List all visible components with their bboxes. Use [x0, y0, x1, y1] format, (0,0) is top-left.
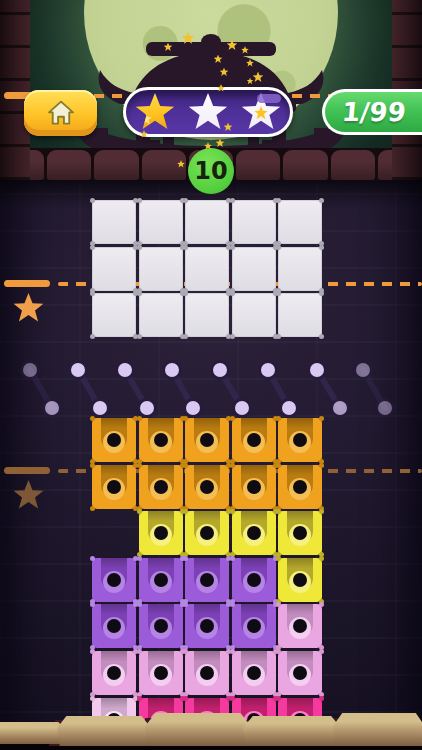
level-number: 10 [194, 157, 227, 185]
block-purple[interactable] [232, 558, 276, 602]
block-hole [247, 666, 261, 680]
block-corner-pegs [276, 649, 281, 654]
block-hole [247, 526, 261, 540]
peg-dot [185, 400, 202, 417]
grid-empty-cell [278, 293, 322, 337]
block-hole [154, 573, 168, 587]
block-purple[interactable] [139, 558, 183, 602]
peg-dot [212, 362, 229, 379]
bottom-ground [0, 708, 422, 750]
block-hole [107, 433, 121, 447]
block-orange[interactable] [278, 418, 322, 462]
peg-zigzag [0, 352, 422, 422]
block-hole [154, 433, 168, 447]
rock-slab [333, 713, 422, 746]
peg-dot [281, 400, 298, 417]
block-yellow[interactable] [185, 511, 229, 555]
block-yellow[interactable] [278, 511, 322, 555]
block-corner-pegs [183, 556, 188, 561]
block-corner-pegs [90, 602, 95, 607]
block-orange[interactable] [232, 465, 276, 509]
grid-empty-cell [232, 200, 276, 244]
block-hole [247, 573, 261, 587]
cell-corner-pegs [183, 245, 188, 250]
block-corner-pegs [90, 463, 95, 468]
grid-empty-cell [139, 200, 183, 244]
block-lightpink[interactable] [185, 651, 229, 695]
block-corner-pegs [183, 463, 188, 468]
grid-empty-cell [278, 200, 322, 244]
cell-corner-pegs [90, 198, 95, 203]
block-corner-pegs [276, 602, 281, 607]
block-corner-pegs [276, 463, 281, 468]
star-progress-bar [123, 87, 293, 137]
block-hole [154, 666, 168, 680]
block-hole [154, 619, 168, 633]
star-icon-earned [135, 93, 175, 131]
block-orange[interactable] [139, 418, 183, 462]
grid-empty-cell [185, 247, 229, 291]
game-screen: 1/99 10 [0, 0, 422, 750]
mini-star-icon [254, 106, 268, 120]
grid-empty-cell [185, 200, 229, 244]
cell-corner-pegs [90, 291, 95, 296]
block-purple[interactable] [185, 604, 229, 648]
peg-dot [234, 400, 251, 417]
block-purple[interactable] [232, 604, 276, 648]
cell-corner-pegs [137, 198, 142, 203]
grid-empty-cell [139, 293, 183, 337]
cell-corner-pegs [276, 291, 281, 296]
peg-dot [164, 362, 181, 379]
block-hole [200, 573, 214, 587]
block-purple[interactable] [92, 604, 136, 648]
block-lightpink[interactable] [139, 651, 183, 695]
cell-corner-pegs [230, 198, 235, 203]
block-corner-pegs [276, 556, 281, 561]
block-orange[interactable] [92, 418, 136, 462]
block-hole [200, 480, 214, 494]
grid-empty-cell [92, 247, 136, 291]
block-orange[interactable] [92, 465, 136, 509]
grid-empty-cell [278, 247, 322, 291]
block-corner-pegs [230, 463, 235, 468]
progress-text: 1/99 [340, 97, 406, 127]
cell-corner-pegs [183, 198, 188, 203]
grid-empty-cell [232, 247, 276, 291]
rock-slab [145, 713, 251, 746]
block-orange[interactable] [185, 418, 229, 462]
block-corner-pegs [137, 556, 142, 561]
block-corner-pegs [183, 509, 188, 514]
block-corner-pegs [276, 509, 281, 514]
cell-corner-pegs [276, 198, 281, 203]
block-corner-pegs [230, 602, 235, 607]
home-icon [43, 97, 79, 129]
level-progress-counter: 1/99 [322, 89, 422, 135]
block-corner-pegs [90, 696, 95, 701]
peg-dot [355, 362, 372, 379]
cell-corner-pegs [230, 291, 235, 296]
star-sparkle-icon [140, 113, 152, 125]
peg-dot [70, 362, 87, 379]
peg-dot [377, 400, 394, 417]
block-hole [107, 480, 121, 494]
cell-corner-pegs [230, 245, 235, 250]
block-hole [154, 480, 168, 494]
block-hole [107, 573, 121, 587]
block-orange[interactable] [185, 465, 229, 509]
block-corner-pegs [230, 509, 235, 514]
block-orange[interactable] [278, 465, 322, 509]
block-corner-pegs [230, 556, 235, 561]
block-purple[interactable] [92, 558, 136, 602]
block-corner-pegs [90, 556, 95, 561]
block-hole [247, 433, 261, 447]
home-button[interactable] [24, 90, 97, 136]
rock-slab [243, 716, 341, 746]
cell-corner-pegs [276, 245, 281, 250]
block-hole [247, 480, 261, 494]
grid-empty-cell [185, 293, 229, 337]
rock-slab [0, 722, 66, 744]
cell-corner-pegs [137, 245, 142, 250]
block-corner-pegs [230, 696, 235, 701]
block-purple[interactable] [139, 604, 183, 648]
peg-dot [22, 362, 39, 379]
rock-slab [57, 716, 151, 746]
block-yellow[interactable] [232, 511, 276, 555]
peg-dot [332, 400, 349, 417]
block-hole [154, 526, 168, 540]
cell-corner-pegs [183, 291, 188, 296]
block-corner-pegs [137, 696, 142, 701]
peg-dot [92, 400, 109, 417]
block-orange[interactable] [139, 465, 183, 509]
block-purple[interactable] [185, 558, 229, 602]
block-lightpink[interactable] [278, 604, 322, 648]
block-corner-pegs [183, 602, 188, 607]
peg-dot [44, 400, 61, 417]
block-corner-pegs [276, 696, 281, 701]
block-hole [107, 666, 121, 680]
block-corner-pegs [90, 649, 95, 654]
grid-empty-cell [232, 293, 276, 337]
block-hole [293, 480, 307, 494]
peg-dot [139, 400, 156, 417]
cell-corner-pegs [137, 291, 142, 296]
block-lightpink[interactable] [92, 651, 136, 695]
block-lightpink[interactable] [232, 651, 276, 695]
peg-dot [260, 362, 277, 379]
block-corner-pegs [137, 509, 142, 514]
block-corner-pegs [183, 696, 188, 701]
grid-empty-cell [92, 200, 136, 244]
grid-empty-cell [92, 293, 136, 337]
level-badge: 10 [188, 148, 234, 194]
star-icon-empty [241, 93, 281, 131]
block-corner-pegs [137, 602, 142, 607]
grid-empty-cell [139, 247, 183, 291]
block-lightpink[interactable] [278, 651, 322, 695]
cell-corner-pegs [90, 245, 95, 250]
block-yellow[interactable] [278, 558, 322, 602]
peg-dot [309, 362, 326, 379]
star-icon-empty [188, 93, 228, 131]
peg-dot [117, 362, 134, 379]
block-orange[interactable] [232, 418, 276, 462]
block-corner-pegs [137, 649, 142, 654]
block-corner-pegs [230, 649, 235, 654]
block-corner-pegs [183, 649, 188, 654]
block-corner-pegs [137, 463, 142, 468]
block-yellow[interactable] [139, 511, 183, 555]
